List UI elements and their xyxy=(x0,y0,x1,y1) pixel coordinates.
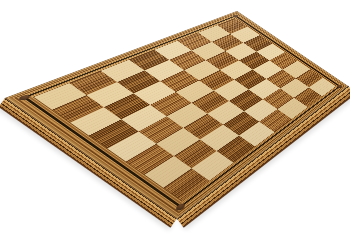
chess-board xyxy=(5,11,348,219)
board-groove-inlay xyxy=(23,15,341,208)
photo-stage xyxy=(0,0,350,240)
